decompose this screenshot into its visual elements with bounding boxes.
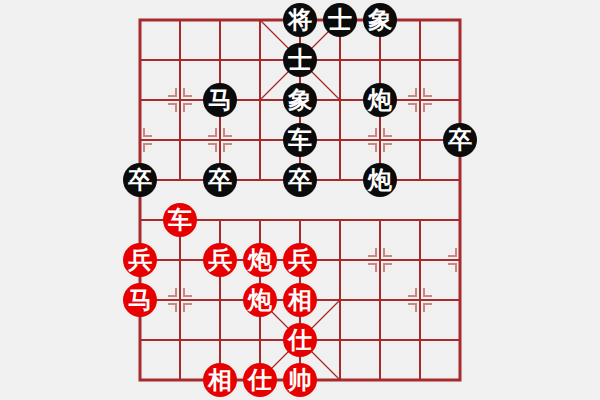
piece-red-advisor[interactable]: 仕 — [283, 323, 317, 357]
piece-black-elephant[interactable]: 象 — [283, 83, 317, 117]
piece-black-cannon[interactable]: 炮 — [363, 163, 397, 197]
piece-red-pawn[interactable]: 兵 — [203, 243, 237, 277]
piece-red-chariot[interactable]: 车 — [163, 203, 197, 237]
piece-black-cannon[interactable]: 炮 — [363, 83, 397, 117]
piece-black-elephant[interactable]: 象 — [363, 3, 397, 37]
piece-black-advisor[interactable]: 士 — [283, 43, 317, 77]
piece-red-cannon[interactable]: 炮 — [243, 283, 277, 317]
piece-red-pawn[interactable]: 兵 — [283, 243, 317, 277]
xiangqi-app: 将士象士马象炮车卒卒卒卒炮车兵兵炮兵马炮相仕相仕帅 — [0, 0, 600, 400]
piece-red-elephant[interactable]: 相 — [203, 363, 237, 397]
piece-red-pawn[interactable]: 兵 — [123, 243, 157, 277]
piece-black-pawn[interactable]: 卒 — [283, 163, 317, 197]
piece-black-general[interactable]: 将 — [283, 3, 317, 37]
piece-red-elephant[interactable]: 相 — [283, 283, 317, 317]
piece-layer: 将士象士马象炮车卒卒卒卒炮车兵兵炮兵马炮相仕相仕帅 — [0, 0, 600, 400]
piece-red-general[interactable]: 帅 — [283, 363, 317, 397]
piece-red-horse[interactable]: 马 — [123, 283, 157, 317]
piece-black-chariot[interactable]: 车 — [283, 123, 317, 157]
piece-black-pawn[interactable]: 卒 — [123, 163, 157, 197]
piece-black-pawn[interactable]: 卒 — [203, 163, 237, 197]
piece-red-advisor[interactable]: 仕 — [243, 363, 277, 397]
piece-black-pawn[interactable]: 卒 — [443, 123, 477, 157]
piece-black-advisor[interactable]: 士 — [323, 3, 357, 37]
xiangqi-board: 将士象士马象炮车卒卒卒卒炮车兵兵炮兵马炮相仕相仕帅 — [0, 0, 600, 400]
piece-red-cannon[interactable]: 炮 — [243, 243, 277, 277]
piece-black-horse[interactable]: 马 — [203, 83, 237, 117]
